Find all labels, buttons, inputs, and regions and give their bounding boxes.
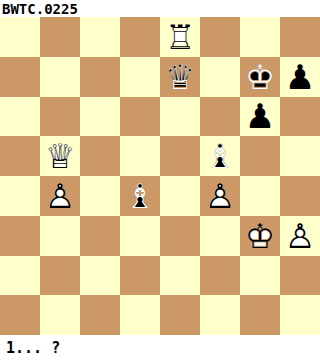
square-b8[interactable] bbox=[40, 17, 80, 57]
square-e8[interactable]: ♜♖ bbox=[160, 17, 200, 57]
white-pawn: ♟♙ bbox=[200, 176, 240, 216]
black-king: ♚♔ bbox=[240, 57, 280, 97]
square-f4[interactable]: ♟♙ bbox=[200, 176, 240, 216]
square-e7[interactable]: ♛♕ bbox=[160, 57, 200, 97]
square-e4[interactable] bbox=[160, 176, 200, 216]
square-c3[interactable] bbox=[80, 216, 120, 256]
square-e2[interactable] bbox=[160, 256, 200, 296]
square-g8[interactable] bbox=[240, 17, 280, 57]
square-c1[interactable] bbox=[80, 295, 120, 335]
white-pawn: ♟♙ bbox=[280, 216, 320, 256]
square-a5[interactable] bbox=[0, 136, 40, 176]
move-prompt: 1... ? bbox=[0, 335, 320, 360]
square-a1[interactable] bbox=[0, 295, 40, 335]
white-rook: ♜♖ bbox=[160, 17, 200, 57]
square-e5[interactable] bbox=[160, 136, 200, 176]
square-g2[interactable] bbox=[240, 256, 280, 296]
square-a8[interactable] bbox=[0, 17, 40, 57]
square-a2[interactable] bbox=[0, 256, 40, 296]
square-g7[interactable]: ♚♔ bbox=[240, 57, 280, 97]
square-d5[interactable] bbox=[120, 136, 160, 176]
square-a4[interactable] bbox=[0, 176, 40, 216]
square-c7[interactable] bbox=[80, 57, 120, 97]
square-f6[interactable] bbox=[200, 97, 240, 137]
square-a6[interactable] bbox=[0, 97, 40, 137]
square-g1[interactable] bbox=[240, 295, 280, 335]
black-bishop: ♝♗ bbox=[120, 176, 160, 216]
square-a3[interactable] bbox=[0, 216, 40, 256]
square-h4[interactable] bbox=[280, 176, 320, 216]
square-f1[interactable] bbox=[200, 295, 240, 335]
square-c4[interactable] bbox=[80, 176, 120, 216]
square-h2[interactable] bbox=[280, 256, 320, 296]
square-c8[interactable] bbox=[80, 17, 120, 57]
square-d8[interactable] bbox=[120, 17, 160, 57]
square-f5[interactable]: ♝♗ bbox=[200, 136, 240, 176]
square-h3[interactable]: ♟♙ bbox=[280, 216, 320, 256]
square-h7[interactable]: ♟ bbox=[280, 57, 320, 97]
chess-board: ♜♖♛♕♚♔♟♟♛♕♝♗♟♙♝♗♟♙♚♔♟♙ bbox=[0, 17, 320, 335]
square-b2[interactable] bbox=[40, 256, 80, 296]
black-queen: ♛♕ bbox=[160, 57, 200, 97]
square-b6[interactable] bbox=[40, 97, 80, 137]
square-d1[interactable] bbox=[120, 295, 160, 335]
square-b4[interactable]: ♟♙ bbox=[40, 176, 80, 216]
white-pawn: ♟♙ bbox=[40, 176, 80, 216]
square-c5[interactable] bbox=[80, 136, 120, 176]
square-a7[interactable] bbox=[0, 57, 40, 97]
square-c2[interactable] bbox=[80, 256, 120, 296]
square-e6[interactable] bbox=[160, 97, 200, 137]
square-h5[interactable] bbox=[280, 136, 320, 176]
square-d7[interactable] bbox=[120, 57, 160, 97]
square-h1[interactable] bbox=[280, 295, 320, 335]
square-b7[interactable] bbox=[40, 57, 80, 97]
square-d4[interactable]: ♝♗ bbox=[120, 176, 160, 216]
square-f3[interactable] bbox=[200, 216, 240, 256]
square-b5[interactable]: ♛♕ bbox=[40, 136, 80, 176]
square-e1[interactable] bbox=[160, 295, 200, 335]
black-pawn: ♟ bbox=[280, 57, 320, 97]
black-bishop: ♝♗ bbox=[200, 136, 240, 176]
square-h8[interactable] bbox=[280, 17, 320, 57]
square-g5[interactable] bbox=[240, 136, 280, 176]
square-g4[interactable] bbox=[240, 176, 280, 216]
square-f7[interactable] bbox=[200, 57, 240, 97]
black-pawn: ♟ bbox=[240, 97, 280, 137]
chess-puzzle-window: { "game": "chess", "title": "BWTC.0225",… bbox=[0, 0, 320, 360]
square-g3[interactable]: ♚♔ bbox=[240, 216, 280, 256]
square-e3[interactable] bbox=[160, 216, 200, 256]
white-queen: ♛♕ bbox=[40, 136, 80, 176]
square-b1[interactable] bbox=[40, 295, 80, 335]
square-c6[interactable] bbox=[80, 97, 120, 137]
square-d3[interactable] bbox=[120, 216, 160, 256]
puzzle-id: BWTC.0225 bbox=[0, 0, 320, 17]
square-b3[interactable] bbox=[40, 216, 80, 256]
square-d6[interactable] bbox=[120, 97, 160, 137]
white-king: ♚♔ bbox=[240, 216, 280, 256]
square-g6[interactable]: ♟ bbox=[240, 97, 280, 137]
square-f8[interactable] bbox=[200, 17, 240, 57]
square-d2[interactable] bbox=[120, 256, 160, 296]
square-h6[interactable] bbox=[280, 97, 320, 137]
square-f2[interactable] bbox=[200, 256, 240, 296]
